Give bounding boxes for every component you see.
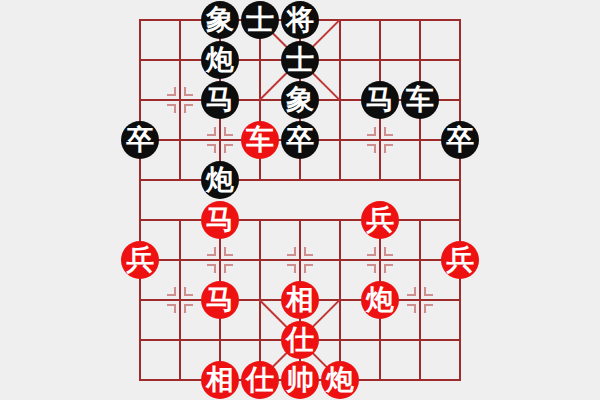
piece-black-cannon[interactable]: 炮 — [201, 41, 239, 79]
piece-red-cannon[interactable]: 炮 — [321, 361, 359, 399]
piece-red-pawn[interactable]: 兵 — [361, 201, 399, 239]
piece-black-pawn[interactable]: 卒 — [281, 121, 319, 159]
piece-red-cannon[interactable]: 炮 — [361, 281, 399, 319]
piece-black-advisor[interactable]: 士 — [281, 41, 319, 79]
piece-black-cannon[interactable]: 炮 — [201, 161, 239, 199]
piece-black-horse[interactable]: 马 — [361, 81, 399, 119]
piece-black-general[interactable]: 将 — [281, 1, 319, 39]
piece-black-chariot[interactable]: 车 — [401, 81, 439, 119]
piece-red-chariot[interactable]: 车 — [241, 121, 279, 159]
piece-red-elephant[interactable]: 相 — [201, 361, 239, 399]
piece-black-elephant[interactable]: 象 — [281, 81, 319, 119]
piece-red-advisor[interactable]: 仕 — [281, 321, 319, 359]
pieces: 象士将炮士马象马车卒车卒卒炮马兵兵兵马相炮仕相仕帅炮 — [0, 0, 600, 400]
piece-red-pawn[interactable]: 兵 — [121, 241, 159, 279]
piece-black-pawn[interactable]: 卒 — [441, 121, 479, 159]
piece-red-horse[interactable]: 马 — [201, 281, 239, 319]
piece-red-general[interactable]: 帅 — [281, 361, 319, 399]
piece-black-horse[interactable]: 马 — [201, 81, 239, 119]
piece-black-pawn[interactable]: 卒 — [121, 121, 159, 159]
xiangqi-board: 象士将炮士马象马车卒车卒卒炮马兵兵兵马相炮仕相仕帅炮 — [0, 0, 600, 400]
piece-red-horse[interactable]: 马 — [201, 201, 239, 239]
piece-red-elephant[interactable]: 相 — [281, 281, 319, 319]
piece-red-pawn[interactable]: 兵 — [441, 241, 479, 279]
piece-black-advisor[interactable]: 士 — [241, 1, 279, 39]
piece-red-advisor[interactable]: 仕 — [241, 361, 279, 399]
piece-black-elephant[interactable]: 象 — [201, 1, 239, 39]
